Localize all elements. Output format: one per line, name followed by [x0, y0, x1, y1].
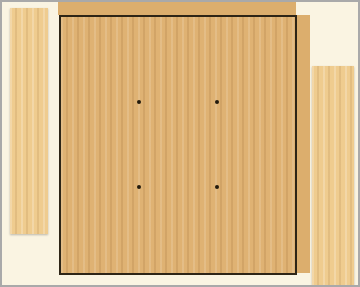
hoshi-dot [215, 100, 219, 104]
hoshi-dot [137, 100, 141, 104]
shogi-board [59, 15, 297, 275]
gote-captured-stand [10, 8, 48, 234]
hoshi-dot [215, 185, 219, 189]
file-labels-strip [58, 2, 296, 15]
board-grid [61, 17, 295, 273]
hoshi-dot [137, 185, 141, 189]
turn-indicator [313, 38, 360, 54]
rank-labels-strip [296, 15, 310, 273]
sente-captured-stand [312, 66, 354, 285]
shogi-game-screen [0, 0, 360, 287]
